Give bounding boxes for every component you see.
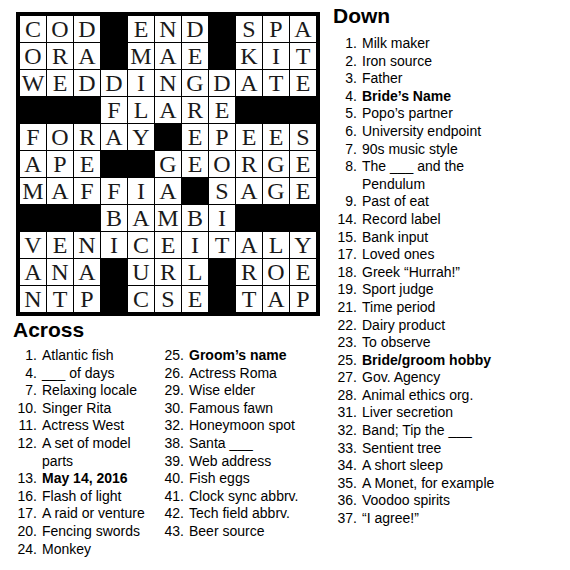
clue-text: Bride’s Name [362, 88, 451, 106]
black-cell [263, 205, 289, 231]
grid-cell[interactable]: E [47, 232, 73, 258]
clue-item: 4.___ of days [13, 365, 160, 383]
grid-cell[interactable]: K [236, 43, 262, 69]
cell-letter: N [51, 260, 68, 284]
black-cell [263, 97, 289, 123]
clue-number: 26. [160, 365, 184, 383]
clue-item: 3.Father [333, 70, 519, 88]
clue-text: May 14, 2016 [42, 470, 128, 488]
black-cell [155, 124, 181, 150]
cell-letter: P [80, 287, 93, 311]
clue-text: Animal ethics org. [362, 387, 473, 405]
clue-number: 7. [333, 141, 357, 159]
clue-text: ___ of days [42, 365, 114, 383]
grid-cell[interactable]: N [155, 70, 181, 96]
clue-text: Milk maker [362, 35, 430, 53]
grid-cell[interactable]: A [263, 286, 289, 312]
black-cell [101, 286, 127, 312]
clue-item: 14.Record label [333, 211, 519, 229]
grid-cell[interactable]: A [128, 205, 154, 231]
clue-number: 1. [13, 347, 37, 365]
cell-letter: A [78, 44, 95, 68]
clue-text: A Monet, for example [362, 475, 494, 493]
cell-letter: R [187, 98, 203, 122]
clue-text: Santa ___ [189, 435, 253, 453]
clue-number: 31. [333, 404, 357, 422]
grid-cell[interactable]: E [209, 97, 235, 123]
grid-cell[interactable]: E [290, 151, 316, 177]
grid-cell[interactable]: G [263, 178, 289, 204]
black-cell [128, 151, 154, 177]
clue-number: 43. [160, 523, 184, 541]
cell-letter: C [133, 287, 149, 311]
black-cell [20, 205, 46, 231]
clue-number: 11. [13, 417, 37, 435]
clue-text: The ___ and the Pendulum [362, 158, 519, 193]
grid-cell[interactable]: I [101, 232, 127, 258]
grid-cell[interactable]: L [263, 232, 289, 258]
black-cell [209, 286, 235, 312]
grid-cell[interactable]: R [236, 151, 262, 177]
clue-item: 19.Sport judge [333, 281, 519, 299]
grid-cell[interactable]: A [74, 259, 100, 285]
clue-item: 9.Past of eat [333, 193, 519, 211]
grid-cell[interactable]: S [209, 178, 235, 204]
clue-number: 42. [160, 505, 184, 523]
clue-text: Famous fawn [189, 400, 273, 418]
cell-letter: N [24, 287, 41, 311]
grid-cell[interactable]: R [47, 43, 73, 69]
grid-cell[interactable]: E [182, 286, 208, 312]
cell-letter: Y [294, 233, 311, 257]
clue-number: 28. [333, 387, 357, 405]
clue-item: 8.The ___ and the Pendulum [333, 158, 519, 193]
cell-letter: A [132, 206, 149, 230]
grid-cell[interactable]: I [128, 178, 154, 204]
clue-text: “I agree!” [362, 510, 419, 528]
grid-cell[interactable]: T [236, 286, 262, 312]
grid-cell[interactable]: R [182, 97, 208, 123]
cell-letter: A [267, 287, 284, 311]
cell-letter: O [24, 44, 41, 68]
grid-cell[interactable]: N [47, 259, 73, 285]
cell-letter: S [242, 17, 255, 41]
grid-cell[interactable]: E [47, 70, 73, 96]
grid-cell[interactable]: D [74, 16, 100, 42]
clue-text: University endpoint [362, 123, 481, 141]
grid-cell[interactable]: A [236, 232, 262, 258]
clue-number: 12. [13, 435, 37, 470]
clue-item: 43.Beer source [160, 523, 331, 541]
grid-cell[interactable]: P [74, 286, 100, 312]
clue-number: 10. [13, 400, 37, 418]
cell-letter: S [215, 179, 228, 203]
clue-number: 7. [13, 382, 37, 400]
cell-letter: S [296, 125, 309, 149]
grid-cell[interactable]: S [236, 16, 262, 42]
cell-letter: R [79, 125, 95, 149]
clue-item: 24.Monkey [13, 541, 160, 559]
grid-cell[interactable]: O [47, 124, 73, 150]
clue-text: Past of eat [362, 193, 429, 211]
clue-number: 9. [333, 193, 357, 211]
grid-cell[interactable]: I [209, 205, 235, 231]
grid-cell[interactable]: P [47, 151, 73, 177]
clue-item: 31.Liver secretion [333, 404, 519, 422]
cell-letter: A [240, 233, 257, 257]
grid-cell[interactable]: E [290, 178, 316, 204]
clue-item: 23.To observe [333, 334, 519, 352]
clue-text: Web address [189, 453, 271, 471]
clue-number: 22. [333, 317, 357, 335]
cell-letter: A [159, 179, 176, 203]
grid-cell[interactable]: O [209, 151, 235, 177]
cell-letter: E [188, 152, 203, 176]
clue-text: Loved ones [362, 246, 434, 264]
clue-item: 12.A set of model parts [13, 435, 160, 470]
grid-cell[interactable]: G [182, 70, 208, 96]
cell-letter: O [213, 152, 230, 176]
clue-text: Fish eggs [189, 470, 250, 488]
clue-item: 13.May 14, 2016 [13, 470, 160, 488]
grid-cell[interactable]: O [263, 259, 289, 285]
cell-letter: R [241, 152, 257, 176]
cell-letter: B [106, 206, 122, 230]
clue-item: 7.90s music style [333, 141, 519, 159]
grid-cell[interactable]: E [182, 151, 208, 177]
cell-letter: T [242, 287, 257, 311]
grid-cell[interactable]: A [20, 151, 46, 177]
clue-item: 30.Famous fawn [160, 400, 331, 418]
clue-number: 13. [13, 470, 37, 488]
cell-letter: A [240, 71, 257, 95]
grid-cell[interactable]: A [155, 43, 181, 69]
clue-item: 37.“I agree!” [333, 510, 519, 528]
clue-text: Dairy product [362, 317, 445, 335]
cell-letter: A [294, 17, 311, 41]
cell-letter: A [159, 44, 176, 68]
clue-text: Popo’s partner [362, 105, 453, 123]
clue-number: 38. [160, 435, 184, 453]
black-cell [101, 259, 127, 285]
clue-text: Voodoo spirits [362, 492, 450, 510]
clue-item: 1.Milk maker [333, 35, 519, 53]
black-cell [290, 97, 316, 123]
grid-cell[interactable]: O [47, 16, 73, 42]
grid-cell[interactable]: B [101, 205, 127, 231]
grid-cell[interactable]: F [101, 97, 127, 123]
grid-cell[interactable]: I [263, 43, 289, 69]
clue-text: Beer source [189, 523, 264, 541]
cell-letter: P [215, 125, 228, 149]
grid-cell[interactable]: R [236, 259, 262, 285]
across-clue-column-1: 1.Atlantic fish4.___ of days7.Relaxing l… [13, 347, 160, 558]
clue-number: 16. [13, 488, 37, 506]
clue-item: 5.Popo’s partner [333, 105, 519, 123]
clue-number: 24. [13, 541, 37, 559]
clue-number: 21. [333, 299, 357, 317]
clue-text: A set of model parts [42, 435, 160, 470]
across-section: Across 1.Atlantic fish4.___ of days7.Rel… [13, 319, 331, 558]
clue-number: 39. [160, 453, 184, 471]
across-header: Across [13, 319, 331, 341]
grid-cell[interactable]: T [263, 70, 289, 96]
clue-number: 15. [333, 229, 357, 247]
cell-letter: L [269, 233, 284, 257]
grid-cell[interactable]: R [155, 259, 181, 285]
cell-letter: A [51, 179, 68, 203]
clue-number: 37. [333, 510, 357, 528]
grid-cell[interactable]: E [236, 124, 262, 150]
across-clue-column-2: 25.Groom’s name26.Actress Roma29.Wise el… [160, 347, 331, 558]
clue-number: 5. [333, 105, 357, 123]
grid-cell[interactable]: A [74, 43, 100, 69]
grid-cell[interactable]: G [155, 151, 181, 177]
clue-text: 90s music style [362, 141, 458, 159]
black-cell [101, 43, 127, 69]
grid-cell[interactable]: Y [128, 124, 154, 150]
grid-cell[interactable]: T [209, 232, 235, 258]
grid-cell[interactable]: F [20, 124, 46, 150]
cell-letter: E [296, 179, 311, 203]
cell-letter: F [107, 98, 120, 122]
grid-cell[interactable]: D [209, 70, 235, 96]
grid-cell[interactable]: E [182, 43, 208, 69]
clue-text: Flash of light [42, 488, 121, 506]
grid-cell[interactable]: E [290, 259, 316, 285]
grid-cell[interactable]: U [128, 259, 154, 285]
grid-cell[interactable]: A [20, 259, 46, 285]
grid-cell[interactable]: S [290, 124, 316, 150]
grid-cell[interactable]: O [20, 43, 46, 69]
clue-text: To observe [362, 334, 430, 352]
down-clue-column: 1.Milk maker2.Iron source3.Father4.Bride… [333, 35, 519, 528]
grid-cell[interactable]: W [20, 70, 46, 96]
down-section: Down 1.Milk maker2.Iron source3.Father4.… [333, 5, 519, 528]
clue-item: 7.Relaxing locale [13, 382, 160, 400]
cell-letter: T [269, 71, 284, 95]
clue-text: Time period [362, 299, 435, 317]
cell-letter: I [218, 206, 226, 230]
clue-text: Clock sync abbrv. [189, 488, 298, 506]
clue-number: 18. [333, 264, 357, 282]
grid-cell[interactable]: T [47, 286, 73, 312]
clue-number: 17. [13, 505, 37, 523]
clue-text: Bank input [362, 229, 428, 247]
clue-item: 4.Bride’s Name [333, 88, 519, 106]
across-columns: 1.Atlantic fish4.___ of days7.Relaxing l… [13, 347, 331, 558]
cell-letter: D [186, 17, 203, 41]
grid-cell[interactable]: P [263, 16, 289, 42]
grid-cell[interactable]: A [236, 70, 262, 96]
black-cell [101, 151, 127, 177]
grid-cell[interactable]: Y [290, 232, 316, 258]
clue-text: A short sleep [362, 457, 443, 475]
grid-cell[interactable]: E [74, 151, 100, 177]
clue-text: Bride/groom hobby [362, 352, 491, 370]
clue-item: 32.Honeymoon spot [160, 417, 331, 435]
clue-text: Liver secretion [362, 404, 453, 422]
clue-item: 18.Greek “Hurrah!” [333, 264, 519, 282]
grid-cell[interactable]: S [155, 286, 181, 312]
clue-item: 17.A raid or venture [13, 505, 160, 523]
cell-letter: E [215, 98, 230, 122]
cell-letter: F [26, 125, 39, 149]
cell-letter: A [105, 125, 122, 149]
clue-text: Father [362, 70, 402, 88]
grid-cell[interactable]: M [128, 43, 154, 69]
crossword-grid: CODENDSPAORAMAEKITWEDDINGDATEFLAREFORAYE… [16, 12, 320, 316]
clue-text: Tech field abbrv. [189, 505, 290, 523]
clue-text: A raid or venture [42, 505, 145, 523]
clue-text: Actress Roma [189, 365, 277, 383]
clue-number: 20. [13, 523, 37, 541]
grid-cell[interactable]: N [74, 232, 100, 258]
clue-item: 34.A short sleep [333, 457, 519, 475]
clue-item: 2.Iron source [333, 53, 519, 71]
cell-letter: E [188, 125, 203, 149]
cell-letter: D [78, 71, 95, 95]
grid-cell[interactable]: D [101, 70, 127, 96]
cell-letter: E [296, 260, 311, 284]
clue-item: 27.Gov. Agency [333, 369, 519, 387]
grid-cell[interactable]: F [101, 178, 127, 204]
cell-letter: R [160, 260, 176, 284]
cell-letter: O [267, 260, 284, 284]
clue-item: 36.Voodoo spirits [333, 492, 519, 510]
grid-cell[interactable]: C [20, 16, 46, 42]
cell-letter: D [105, 71, 122, 95]
grid-cell[interactable]: A [155, 97, 181, 123]
cell-letter: A [24, 152, 41, 176]
clue-text: Sentient tree [362, 440, 441, 458]
black-cell [290, 205, 316, 231]
clue-number: 23. [333, 334, 357, 352]
black-cell [182, 178, 208, 204]
cell-letter: G [267, 179, 284, 203]
clue-text: Band; Tip the ___ [362, 422, 472, 440]
clue-number: 1. [333, 35, 357, 53]
clue-text: Relaxing locale [42, 382, 137, 400]
clue-number: 36. [333, 492, 357, 510]
grid-cell[interactable]: F [74, 178, 100, 204]
grid-cell[interactable]: A [155, 178, 181, 204]
clue-item: 29.Wise elder [160, 382, 331, 400]
clue-number: 27. [333, 369, 357, 387]
cell-letter: N [159, 17, 176, 41]
grid-cell[interactable]: A [290, 16, 316, 42]
cell-letter: E [161, 233, 176, 257]
clue-number: 41. [160, 488, 184, 506]
cell-letter: O [51, 125, 68, 149]
grid-cell[interactable]: E [182, 124, 208, 150]
grid-cell[interactable]: E [263, 124, 289, 150]
clue-number: 32. [160, 417, 184, 435]
clue-text: Actress West [42, 417, 124, 435]
cell-letter: T [296, 44, 311, 68]
cell-letter: A [78, 260, 95, 284]
grid-cell[interactable]: C [128, 232, 154, 258]
grid-cell[interactable]: P [209, 124, 235, 150]
clue-item: 22.Dairy product [333, 317, 519, 335]
cell-letter: P [269, 17, 282, 41]
cell-letter: O [51, 17, 68, 41]
grid-cell[interactable]: L [128, 97, 154, 123]
grid-cell[interactable]: P [290, 286, 316, 312]
grid-cell[interactable]: N [155, 16, 181, 42]
cell-letter: A [24, 260, 41, 284]
cell-letter: R [52, 44, 68, 68]
grid-cell[interactable]: T [290, 43, 316, 69]
grid-cell[interactable]: A [236, 178, 262, 204]
cell-letter: T [215, 233, 230, 257]
clue-number: 32. [333, 422, 357, 440]
clue-text: Singer Rita [42, 400, 111, 418]
grid-cell[interactable]: L [182, 259, 208, 285]
clue-item: 17.Loved ones [333, 246, 519, 264]
clue-item: 16.Flash of light [13, 488, 160, 506]
clue-item: 11.Actress West [13, 417, 160, 435]
clue-number: 25. [333, 352, 357, 370]
clue-item: 25.Groom’s name [160, 347, 331, 365]
grid-cell[interactable]: E [155, 232, 181, 258]
down-header: Down [333, 5, 519, 27]
black-cell [20, 97, 46, 123]
clue-text: Sport judge [362, 281, 434, 299]
grid-cell[interactable]: A [47, 178, 73, 204]
grid-cell[interactable]: C [128, 286, 154, 312]
clue-item: 33.Sentient tree [333, 440, 519, 458]
clue-text: Wise elder [189, 382, 255, 400]
black-cell [74, 205, 100, 231]
grid-cell[interactable]: D [182, 16, 208, 42]
cell-letter: U [132, 260, 149, 284]
cell-letter: S [161, 287, 174, 311]
clue-text: Gov. Agency [362, 369, 440, 387]
grid-cell[interactable]: M [20, 178, 46, 204]
cell-letter: A [159, 98, 176, 122]
grid-cell[interactable]: R [74, 124, 100, 150]
cell-letter: C [25, 17, 41, 41]
cell-letter: D [78, 17, 95, 41]
grid-cell[interactable]: M [155, 205, 181, 231]
black-cell [74, 97, 100, 123]
cell-letter: I [272, 44, 280, 68]
clue-number: 25. [160, 347, 184, 365]
black-cell [209, 259, 235, 285]
cell-letter: E [53, 71, 68, 95]
cell-letter: L [134, 98, 149, 122]
grid-cell[interactable]: I [128, 70, 154, 96]
cell-letter: T [53, 287, 68, 311]
cell-letter: I [137, 71, 145, 95]
grid-cell[interactable]: B [182, 205, 208, 231]
clue-number: 29. [160, 382, 184, 400]
grid-cell[interactable]: V [20, 232, 46, 258]
grid-cell[interactable]: G [263, 151, 289, 177]
grid-cell[interactable]: N [20, 286, 46, 312]
grid-cell[interactable]: E [128, 16, 154, 42]
grid-cell[interactable]: I [182, 232, 208, 258]
cell-letter: G [186, 71, 203, 95]
cell-letter: W [22, 71, 45, 95]
grid-cell[interactable]: A [101, 124, 127, 150]
clue-item: 28.Animal ethics org. [333, 387, 519, 405]
grid-cell[interactable]: D [74, 70, 100, 96]
cell-letter: R [241, 260, 257, 284]
black-cell [209, 43, 235, 69]
grid-cell[interactable]: E [290, 70, 316, 96]
